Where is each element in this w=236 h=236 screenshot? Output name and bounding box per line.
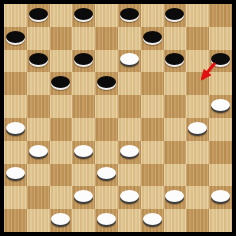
square-26[interactable]: [4, 118, 27, 141]
black-man[interactable]: [29, 8, 48, 20]
square-4[interactable]: [164, 4, 187, 27]
square-19[interactable]: [141, 72, 164, 95]
square-32[interactable]: [72, 141, 95, 164]
square-39[interactable]: [141, 164, 164, 187]
square-43[interactable]: [118, 186, 141, 209]
light-square: [4, 141, 27, 164]
light-square: [209, 72, 232, 95]
white-man[interactable]: [120, 53, 139, 65]
white-man[interactable]: [211, 190, 230, 202]
black-man[interactable]: [143, 31, 162, 43]
square-27[interactable]: [50, 118, 73, 141]
black-man[interactable]: [165, 8, 184, 20]
light-square: [186, 50, 209, 73]
light-square: [27, 118, 50, 141]
black-man[interactable]: [29, 53, 48, 65]
square-31[interactable]: [27, 141, 50, 164]
square-49[interactable]: [141, 209, 164, 232]
square-29[interactable]: [141, 118, 164, 141]
light-square: [209, 209, 232, 232]
light-square: [4, 95, 27, 118]
black-man[interactable]: [6, 31, 25, 43]
light-square: [164, 118, 187, 141]
square-7[interactable]: [50, 27, 73, 50]
light-square: [4, 50, 27, 73]
black-man[interactable]: [120, 8, 139, 20]
square-1[interactable]: [27, 4, 50, 27]
square-22[interactable]: [72, 95, 95, 118]
square-11[interactable]: [27, 50, 50, 73]
white-man[interactable]: [6, 167, 25, 179]
light-square: [186, 141, 209, 164]
light-square: [164, 164, 187, 187]
light-square: [95, 4, 118, 27]
black-man[interactable]: [74, 8, 93, 20]
white-man[interactable]: [51, 213, 70, 225]
square-42[interactable]: [72, 186, 95, 209]
light-square: [141, 50, 164, 73]
light-square: [164, 209, 187, 232]
square-37[interactable]: [50, 164, 73, 187]
light-square: [209, 27, 232, 50]
square-21[interactable]: [27, 95, 50, 118]
light-square: [72, 72, 95, 95]
square-13[interactable]: [118, 50, 141, 73]
light-square: [141, 4, 164, 27]
light-square: [164, 27, 187, 50]
white-man[interactable]: [120, 145, 139, 157]
light-square: [118, 118, 141, 141]
square-14[interactable]: [164, 50, 187, 73]
black-man[interactable]: [97, 76, 116, 88]
square-10[interactable]: [186, 27, 209, 50]
square-41[interactable]: [27, 186, 50, 209]
light-square: [95, 95, 118, 118]
light-square: [95, 186, 118, 209]
square-16[interactable]: [4, 72, 27, 95]
square-35[interactable]: [209, 141, 232, 164]
square-36[interactable]: [4, 164, 27, 187]
light-square: [27, 27, 50, 50]
square-38[interactable]: [95, 164, 118, 187]
light-square: [50, 186, 73, 209]
square-34[interactable]: [164, 141, 187, 164]
square-18[interactable]: [95, 72, 118, 95]
black-man[interactable]: [165, 53, 184, 65]
black-man[interactable]: [51, 76, 70, 88]
light-square: [118, 72, 141, 95]
light-square: [72, 164, 95, 187]
square-30[interactable]: [186, 118, 209, 141]
square-20[interactable]: [186, 72, 209, 95]
light-square: [186, 4, 209, 27]
light-square: [209, 118, 232, 141]
light-square: [141, 141, 164, 164]
square-9[interactable]: [141, 27, 164, 50]
square-24[interactable]: [164, 95, 187, 118]
light-square: [118, 27, 141, 50]
light-square: [50, 95, 73, 118]
square-23[interactable]: [118, 95, 141, 118]
square-46[interactable]: [4, 209, 27, 232]
square-33[interactable]: [118, 141, 141, 164]
light-square: [95, 50, 118, 73]
square-3[interactable]: [118, 4, 141, 27]
light-square: [164, 72, 187, 95]
square-48[interactable]: [95, 209, 118, 232]
white-man[interactable]: [74, 145, 93, 157]
square-25[interactable]: [209, 95, 232, 118]
light-square: [95, 141, 118, 164]
square-50[interactable]: [186, 209, 209, 232]
light-square: [209, 164, 232, 187]
square-2[interactable]: [72, 4, 95, 27]
square-44[interactable]: [164, 186, 187, 209]
light-square: [72, 209, 95, 232]
square-6[interactable]: [4, 27, 27, 50]
white-man[interactable]: [6, 122, 25, 134]
light-square: [50, 141, 73, 164]
light-square: [50, 50, 73, 73]
white-man[interactable]: [211, 99, 230, 111]
black-man[interactable]: [211, 53, 230, 65]
light-square: [186, 186, 209, 209]
white-man[interactable]: [74, 190, 93, 202]
white-man[interactable]: [143, 213, 162, 225]
white-man[interactable]: [188, 122, 207, 134]
light-square: [27, 209, 50, 232]
black-man[interactable]: [74, 53, 93, 65]
light-square: [50, 4, 73, 27]
square-5[interactable]: [209, 4, 232, 27]
square-47[interactable]: [50, 209, 73, 232]
light-square: [72, 27, 95, 50]
square-28[interactable]: [95, 118, 118, 141]
light-square: [4, 186, 27, 209]
square-8[interactable]: [95, 27, 118, 50]
light-square: [27, 164, 50, 187]
square-15[interactable]: [209, 50, 232, 73]
light-square: [118, 209, 141, 232]
white-man[interactable]: [29, 145, 48, 157]
draughts-board: [0, 0, 236, 236]
board-grid: [4, 4, 232, 232]
light-square: [141, 95, 164, 118]
light-square: [118, 164, 141, 187]
square-12[interactable]: [72, 50, 95, 73]
square-17[interactable]: [50, 72, 73, 95]
light-square: [186, 95, 209, 118]
white-man[interactable]: [97, 167, 116, 179]
white-man[interactable]: [97, 213, 116, 225]
light-square: [4, 4, 27, 27]
light-square: [27, 72, 50, 95]
white-man[interactable]: [165, 190, 184, 202]
light-square: [72, 118, 95, 141]
square-40[interactable]: [186, 164, 209, 187]
square-45[interactable]: [209, 186, 232, 209]
light-square: [141, 186, 164, 209]
white-man[interactable]: [120, 190, 139, 202]
